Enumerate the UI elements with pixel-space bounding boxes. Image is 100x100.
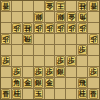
square-38[interactable] (66, 78, 77, 89)
square-32[interactable]: 金 (66, 12, 77, 23)
square-29[interactable]: 桂 (77, 89, 88, 99)
square-65[interactable] (34, 45, 45, 56)
square-82[interactable] (12, 12, 23, 23)
sente-lance-piece[interactable]: 香 (89, 89, 98, 99)
square-17[interactable]: 歩 (88, 67, 99, 78)
sente-gold-piece[interactable]: 金 (45, 78, 54, 88)
sente-knight-piece[interactable]: 桂 (78, 89, 87, 99)
gote-pawn-piece[interactable]: 歩 (1, 34, 10, 44)
sente-pawn-piece[interactable]: 歩 (45, 67, 54, 77)
square-13[interactable] (88, 23, 99, 34)
square-66[interactable] (34, 56, 45, 67)
gote-gold-piece[interactable]: 金 (67, 12, 76, 22)
square-83[interactable]: 歩 (12, 23, 23, 34)
square-51[interactable]: 金 (45, 1, 56, 12)
square-67[interactable]: 歩 (34, 67, 45, 78)
sente-lance-piece[interactable]: 香 (1, 89, 10, 99)
square-23[interactable]: 歩 (77, 23, 88, 34)
gote-lance-piece[interactable]: 香 (1, 1, 10, 11)
square-36[interactable]: 歩 (66, 56, 77, 67)
gote-pawn-piece[interactable]: 歩 (34, 23, 43, 33)
square-14[interactable]: 歩 (88, 34, 99, 45)
square-55[interactable] (45, 45, 56, 56)
square-61[interactable] (34, 1, 45, 12)
sente-pawn-piece[interactable]: 歩 (89, 67, 98, 77)
square-26[interactable] (77, 56, 88, 67)
gote-pawn-piece[interactable]: 歩 (12, 23, 21, 33)
square-63[interactable]: 歩 (34, 23, 45, 34)
sente-pawn-piece[interactable]: 歩 (12, 67, 21, 77)
square-78[interactable]: 金 (23, 78, 34, 89)
square-35[interactable] (66, 45, 77, 56)
square-68[interactable]: 銀 (34, 78, 45, 89)
square-16[interactable] (88, 56, 99, 67)
square-75[interactable] (23, 45, 34, 56)
shogi-board: 香金王桂香銀銀金角歩桂歩歩歩歩歩歩飛歩歩歩歩歩歩歩歩銀歩角金銀金飛香桂玉桂香 (0, 0, 100, 100)
gote-rook-piece[interactable]: 飛 (23, 34, 32, 44)
gote-knight-piece[interactable]: 桂 (23, 23, 32, 33)
square-19[interactable]: 香 (88, 89, 99, 99)
square-58[interactable]: 金 (45, 78, 56, 89)
square-84[interactable] (12, 34, 23, 45)
gote-pawn-piece[interactable]: 歩 (67, 23, 76, 33)
square-69[interactable]: 玉 (34, 89, 45, 99)
square-41[interactable]: 王 (55, 1, 66, 12)
square-92[interactable] (1, 12, 12, 23)
square-96[interactable]: 歩 (1, 56, 12, 67)
sente-king-piece[interactable]: 玉 (34, 89, 43, 99)
gote-silver-piece[interactable]: 銀 (56, 12, 65, 22)
square-89[interactable]: 桂 (12, 89, 23, 99)
square-15[interactable] (88, 45, 99, 56)
square-98[interactable] (1, 78, 12, 89)
square-76[interactable] (23, 56, 34, 67)
square-59[interactable] (45, 89, 56, 99)
sente-pawn-piece[interactable]: 歩 (56, 56, 65, 66)
gote-gold-piece[interactable]: 金 (45, 1, 54, 11)
square-39[interactable] (66, 89, 77, 99)
square-12[interactable] (88, 12, 99, 23)
square-72[interactable] (23, 12, 34, 23)
square-46[interactable]: 歩 (55, 56, 66, 67)
square-42[interactable]: 銀 (55, 12, 66, 23)
sente-knight-piece[interactable]: 桂 (12, 89, 21, 99)
gote-pawn-piece[interactable]: 歩 (56, 23, 65, 33)
sente-rook-piece[interactable]: 飛 (78, 78, 87, 88)
gote-pawn-piece[interactable]: 歩 (45, 23, 54, 33)
square-33[interactable]: 歩 (66, 23, 77, 34)
sente-pawn-piece[interactable]: 歩 (67, 56, 76, 66)
square-45[interactable] (55, 45, 66, 56)
square-48[interactable] (55, 78, 66, 89)
square-81[interactable] (12, 1, 23, 12)
square-95[interactable] (1, 45, 12, 56)
square-28[interactable]: 飛 (77, 78, 88, 89)
square-71[interactable] (23, 1, 34, 12)
gote-knight-piece[interactable]: 桂 (78, 1, 87, 11)
square-97[interactable] (1, 67, 12, 78)
gote-silver-piece[interactable]: 銀 (34, 12, 43, 22)
square-73[interactable]: 桂 (23, 23, 34, 34)
square-27[interactable] (77, 67, 88, 78)
square-34[interactable] (66, 34, 77, 45)
square-62[interactable]: 銀 (34, 12, 45, 23)
gote-lance-piece[interactable]: 香 (89, 1, 98, 11)
sente-gold-piece[interactable]: 金 (23, 78, 32, 88)
sente-pawn-piece[interactable]: 歩 (78, 45, 87, 55)
sente-bishop-piece[interactable]: 角 (12, 78, 21, 88)
square-49[interactable] (55, 89, 66, 99)
square-56[interactable] (45, 56, 56, 67)
square-99[interactable]: 香 (1, 89, 12, 99)
gote-pawn-piece[interactable]: 歩 (78, 23, 87, 33)
shogi-app-window: 香金王桂香銀銀金角歩桂歩歩歩歩歩歩飛歩歩歩歩歩歩歩歩銀歩角金銀金飛香桂玉桂香 (0, 0, 100, 100)
square-64[interactable] (34, 34, 45, 45)
square-11[interactable]: 香 (88, 1, 99, 12)
square-91[interactable]: 香 (1, 1, 12, 12)
square-86[interactable] (12, 56, 23, 67)
square-79[interactable] (23, 89, 34, 99)
square-53[interactable]: 歩 (45, 23, 56, 34)
square-24[interactable] (77, 34, 88, 45)
square-87[interactable]: 歩 (12, 67, 23, 78)
square-43[interactable]: 歩 (55, 23, 66, 34)
square-31[interactable] (66, 1, 77, 12)
square-74[interactable]: 飛 (23, 34, 34, 45)
square-88[interactable]: 角 (12, 78, 23, 89)
square-54[interactable] (45, 34, 56, 45)
square-77[interactable] (23, 67, 34, 78)
square-47[interactable]: 銀 (55, 67, 66, 78)
square-52[interactable] (45, 12, 56, 23)
gote-bishop-piece[interactable]: 角 (78, 12, 87, 22)
square-21[interactable]: 桂 (77, 1, 88, 12)
sente-pawn-piece[interactable]: 歩 (34, 67, 43, 77)
square-37[interactable] (66, 67, 77, 78)
square-18[interactable] (88, 78, 99, 89)
gote-king-piece[interactable]: 王 (56, 1, 65, 11)
square-93[interactable] (1, 23, 12, 34)
square-85[interactable] (12, 45, 23, 56)
sente-silver-piece[interactable]: 銀 (56, 67, 65, 77)
square-44[interactable] (55, 34, 66, 45)
sente-silver-piece[interactable]: 銀 (34, 78, 43, 88)
square-25[interactable]: 歩 (77, 45, 88, 56)
sente-pawn-piece[interactable]: 歩 (1, 56, 10, 66)
gote-pawn-piece[interactable]: 歩 (89, 34, 98, 44)
square-94[interactable]: 歩 (1, 34, 12, 45)
square-22[interactable]: 角 (77, 12, 88, 23)
square-57[interactable]: 歩 (45, 67, 56, 78)
